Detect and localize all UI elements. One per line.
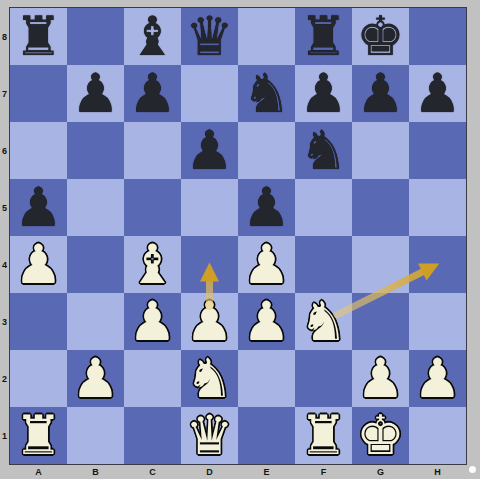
square-h2[interactable]: ♟: [409, 350, 466, 407]
rank-label-4: 4: [0, 236, 9, 293]
resize-dot-icon: [469, 466, 476, 473]
piece-black-knight-e7[interactable]: ♞: [242, 67, 290, 121]
rank-label-8: 8: [0, 8, 9, 65]
square-c2[interactable]: [124, 350, 181, 407]
square-d3[interactable]: ♟: [181, 293, 238, 350]
piece-black-king-g8[interactable]: ♚: [356, 10, 404, 64]
square-b6[interactable]: [67, 122, 124, 179]
square-e3[interactable]: ♟: [238, 293, 295, 350]
rank-label-3: 3: [0, 293, 9, 350]
square-f4[interactable]: [295, 236, 352, 293]
piece-white-pawn-g2[interactable]: ♟: [356, 352, 404, 406]
piece-black-pawn-h7[interactable]: ♟: [413, 67, 461, 121]
square-h3[interactable]: [409, 293, 466, 350]
rank-label-7: 7: [0, 65, 9, 122]
square-a8[interactable]: ♜: [10, 8, 67, 65]
file-labels: ABCDEFGH: [10, 464, 466, 479]
piece-black-knight-f6[interactable]: ♞: [299, 124, 347, 178]
piece-black-pawn-f7[interactable]: ♟: [299, 67, 347, 121]
square-a4[interactable]: ♟: [10, 236, 67, 293]
piece-white-rook-f1[interactable]: ♜: [299, 409, 347, 463]
square-a3[interactable]: [10, 293, 67, 350]
piece-white-bishop-c4[interactable]: ♝: [128, 238, 176, 292]
square-f1[interactable]: ♜: [295, 407, 352, 464]
square-e5[interactable]: ♟: [238, 179, 295, 236]
square-g7[interactable]: ♟: [352, 65, 409, 122]
square-c4[interactable]: ♝: [124, 236, 181, 293]
square-c7[interactable]: ♟: [124, 65, 181, 122]
square-b7[interactable]: ♟: [67, 65, 124, 122]
square-d7[interactable]: [181, 65, 238, 122]
piece-white-pawn-h2[interactable]: ♟: [413, 352, 461, 406]
square-g3[interactable]: [352, 293, 409, 350]
square-g8[interactable]: ♚: [352, 8, 409, 65]
square-c6[interactable]: [124, 122, 181, 179]
piece-white-queen-d1[interactable]: ♛: [185, 409, 233, 463]
square-e4[interactable]: ♟: [238, 236, 295, 293]
square-a7[interactable]: [10, 65, 67, 122]
piece-white-pawn-a4[interactable]: ♟: [14, 238, 62, 292]
board-frame: ♜♝♛♜♚♟♟♞♟♟♟♟♞♟♟♟♝♟♟♟♟♞♟♞♟♟♜♛♜♚: [9, 7, 467, 465]
piece-white-pawn-c3[interactable]: ♟: [128, 295, 176, 349]
square-f8[interactable]: ♜: [295, 8, 352, 65]
square-b1[interactable]: [67, 407, 124, 464]
piece-white-king-g1[interactable]: ♚: [356, 409, 404, 463]
piece-white-rook-a1[interactable]: ♜: [14, 409, 62, 463]
piece-black-pawn-c7[interactable]: ♟: [128, 67, 176, 121]
piece-black-bishop-c8[interactable]: ♝: [128, 10, 176, 64]
piece-white-pawn-d3[interactable]: ♟: [185, 295, 233, 349]
square-a6[interactable]: [10, 122, 67, 179]
square-f2[interactable]: [295, 350, 352, 407]
piece-black-pawn-a5[interactable]: ♟: [14, 181, 62, 235]
square-b5[interactable]: [67, 179, 124, 236]
square-a5[interactable]: ♟: [10, 179, 67, 236]
piece-white-knight-d2[interactable]: ♞: [185, 352, 233, 406]
rank-label-6: 6: [0, 122, 9, 179]
square-e8[interactable]: [238, 8, 295, 65]
square-d6[interactable]: ♟: [181, 122, 238, 179]
piece-black-queen-d8[interactable]: ♛: [185, 10, 233, 64]
square-f7[interactable]: ♟: [295, 65, 352, 122]
file-label-f: F: [295, 464, 352, 479]
square-c5[interactable]: [124, 179, 181, 236]
piece-black-rook-f8[interactable]: ♜: [299, 10, 347, 64]
square-h5[interactable]: [409, 179, 466, 236]
square-h6[interactable]: [409, 122, 466, 179]
square-d2[interactable]: ♞: [181, 350, 238, 407]
square-h8[interactable]: [409, 8, 466, 65]
square-b8[interactable]: [67, 8, 124, 65]
square-g2[interactable]: ♟: [352, 350, 409, 407]
piece-white-pawn-e4[interactable]: ♟: [242, 238, 290, 292]
piece-black-pawn-d6[interactable]: ♟: [185, 124, 233, 178]
square-f3[interactable]: ♞: [295, 293, 352, 350]
rank-label-5: 5: [0, 179, 9, 236]
square-h7[interactable]: ♟: [409, 65, 466, 122]
file-label-e: E: [238, 464, 295, 479]
piece-black-rook-a8[interactable]: ♜: [14, 10, 62, 64]
piece-black-pawn-g7[interactable]: ♟: [356, 67, 404, 121]
square-e6[interactable]: [238, 122, 295, 179]
square-a2[interactable]: [10, 350, 67, 407]
file-label-b: B: [67, 464, 124, 479]
file-label-g: G: [352, 464, 409, 479]
piece-white-knight-f3[interactable]: ♞: [299, 295, 347, 349]
square-h4[interactable]: [409, 236, 466, 293]
square-g4[interactable]: [352, 236, 409, 293]
square-d5[interactable]: [181, 179, 238, 236]
rank-labels: 87654321: [0, 8, 9, 464]
square-b4[interactable]: [67, 236, 124, 293]
square-d8[interactable]: ♛: [181, 8, 238, 65]
file-label-c: C: [124, 464, 181, 479]
file-label-d: D: [181, 464, 238, 479]
piece-black-pawn-b7[interactable]: ♟: [71, 67, 119, 121]
square-f6[interactable]: ♞: [295, 122, 352, 179]
piece-black-pawn-e5[interactable]: ♟: [242, 181, 290, 235]
piece-white-pawn-b2[interactable]: ♟: [71, 352, 119, 406]
square-g5[interactable]: [352, 179, 409, 236]
square-e7[interactable]: ♞: [238, 65, 295, 122]
square-f5[interactable]: [295, 179, 352, 236]
piece-white-pawn-e3[interactable]: ♟: [242, 295, 290, 349]
square-b3[interactable]: [67, 293, 124, 350]
square-c3[interactable]: ♟: [124, 293, 181, 350]
square-d1[interactable]: ♛: [181, 407, 238, 464]
square-e1[interactable]: [238, 407, 295, 464]
square-c1[interactable]: [124, 407, 181, 464]
chess-board[interactable]: ♜♝♛♜♚♟♟♞♟♟♟♟♞♟♟♟♝♟♟♟♟♞♟♞♟♟♜♛♜♚: [10, 8, 466, 464]
rank-label-1: 1: [0, 407, 9, 464]
square-g1[interactable]: ♚: [352, 407, 409, 464]
file-label-h: H: [409, 464, 466, 479]
square-b2[interactable]: ♟: [67, 350, 124, 407]
square-a1[interactable]: ♜: [10, 407, 67, 464]
square-g6[interactable]: [352, 122, 409, 179]
square-e2[interactable]: [238, 350, 295, 407]
square-d4[interactable]: [181, 236, 238, 293]
square-h1[interactable]: [409, 407, 466, 464]
file-label-a: A: [10, 464, 67, 479]
square-c8[interactable]: ♝: [124, 8, 181, 65]
rank-label-2: 2: [0, 350, 9, 407]
